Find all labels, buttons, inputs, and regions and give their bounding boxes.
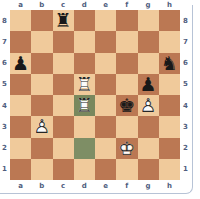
rank-label-left-6: 6 [0,53,9,74]
black-pawn[interactable]: ♟ [138,74,159,95]
square-h4[interactable] [159,95,180,116]
square-c6[interactable] [53,53,74,74]
square-a8[interactable] [10,10,31,31]
square-f7[interactable] [116,31,137,52]
square-h8[interactable] [159,10,180,31]
white-rook[interactable]: ♜♖ [74,95,95,116]
rank-labels-right: 87654321 [181,10,190,180]
square-d3[interactable] [74,116,95,137]
file-labels-top: abcdefgh [10,0,180,9]
square-f3[interactable] [116,116,137,137]
square-c7[interactable] [53,31,74,52]
square-h5[interactable] [159,74,180,95]
file-label-bottom-a: a [10,181,31,190]
square-b8[interactable] [31,10,52,31]
square-h1[interactable] [159,159,180,180]
square-c5[interactable] [53,74,74,95]
square-c1[interactable] [53,159,74,180]
square-f6[interactable] [116,53,137,74]
black-king[interactable]: ♚ [116,95,137,116]
rank-label-left-2: 2 [0,138,9,159]
square-b6[interactable] [31,53,52,74]
file-label-bottom-f: f [116,181,137,190]
square-a1[interactable] [10,159,31,180]
rank-label-left-7: 7 [0,31,9,52]
square-g7[interactable] [138,31,159,52]
square-d5[interactable]: ♜♖ [74,74,95,95]
white-pawn[interactable]: ♟♙ [31,116,52,137]
square-f8[interactable] [116,10,137,31]
square-a4[interactable] [10,95,31,116]
file-label-top-a: a [10,0,31,9]
square-g6[interactable] [138,53,159,74]
square-e8[interactable] [95,10,116,31]
square-e5[interactable] [95,74,116,95]
square-d7[interactable] [74,31,95,52]
file-labels-bottom: abcdefgh [10,181,180,190]
file-label-bottom-e: e [95,181,116,190]
black-knight[interactable]: ♞ [159,53,180,74]
file-label-top-f: f [116,0,137,9]
rank-label-left-4: 4 [0,95,9,116]
square-f1[interactable] [116,159,137,180]
square-b4[interactable] [31,95,52,116]
square-e4[interactable] [95,95,116,116]
square-d2[interactable] [74,138,95,159]
file-label-bottom-d: d [74,181,95,190]
square-h7[interactable] [159,31,180,52]
rank-label-left-5: 5 [0,74,9,95]
rank-label-right-3: 3 [181,116,190,137]
file-label-bottom-c: c [53,181,74,190]
square-f2[interactable]: ♚♔ [116,138,137,159]
square-g3[interactable] [138,116,159,137]
square-h2[interactable] [159,138,180,159]
square-a7[interactable] [10,31,31,52]
square-d8[interactable] [74,10,95,31]
rank-label-right-6: 6 [181,53,190,74]
square-b2[interactable] [31,138,52,159]
chess-board: ♜♟♞♜♖♟♜♖♚♟♙♟♙♚♔ [10,10,180,180]
square-f5[interactable] [116,74,137,95]
rank-label-right-5: 5 [181,74,190,95]
black-rook[interactable]: ♜ [53,10,74,31]
square-g4[interactable]: ♟♙ [138,95,159,116]
rank-label-left-1: 1 [0,159,9,180]
file-label-bottom-g: g [138,181,159,190]
square-b1[interactable] [31,159,52,180]
square-a3[interactable] [10,116,31,137]
rank-label-left-3: 3 [0,116,9,137]
rank-label-right-8: 8 [181,10,190,31]
file-label-top-c: c [53,0,74,9]
file-label-top-h: h [159,0,180,9]
white-king[interactable]: ♚♔ [116,138,137,159]
square-c2[interactable] [53,138,74,159]
square-b7[interactable] [31,31,52,52]
white-pawn[interactable]: ♟♙ [138,95,159,116]
square-d6[interactable] [74,53,95,74]
file-label-bottom-h: h [159,181,180,190]
square-f4[interactable]: ♚ [116,95,137,116]
file-label-top-b: b [31,0,52,9]
square-c4[interactable] [53,95,74,116]
black-pawn[interactable]: ♟ [10,53,31,74]
square-h3[interactable] [159,116,180,137]
square-b5[interactable] [31,74,52,95]
square-a6[interactable]: ♟ [10,53,31,74]
square-e3[interactable] [95,116,116,137]
square-c3[interactable] [53,116,74,137]
square-g5[interactable]: ♟ [138,74,159,95]
square-e6[interactable] [95,53,116,74]
rank-label-right-4: 4 [181,95,190,116]
square-e7[interactable] [95,31,116,52]
rank-label-left-8: 8 [0,10,9,31]
rank-label-right-7: 7 [181,31,190,52]
square-c8[interactable]: ♜ [53,10,74,31]
square-e2[interactable] [95,138,116,159]
rank-label-right-1: 1 [181,159,190,180]
square-b3[interactable]: ♟♙ [31,116,52,137]
square-g8[interactable] [138,10,159,31]
square-h6[interactable]: ♞ [159,53,180,74]
square-e1[interactable] [95,159,116,180]
square-g1[interactable] [138,159,159,180]
rank-label-right-2: 2 [181,138,190,159]
file-label-top-e: e [95,0,116,9]
file-label-top-g: g [138,0,159,9]
square-d1[interactable] [74,159,95,180]
square-a5[interactable] [10,74,31,95]
square-g2[interactable] [138,138,159,159]
white-rook[interactable]: ♜♖ [74,74,95,95]
square-a2[interactable] [10,138,31,159]
file-label-bottom-b: b [31,181,52,190]
square-d4[interactable]: ♜♖ [74,95,95,116]
file-label-top-d: d [74,0,95,9]
rank-labels-left: 87654321 [0,10,9,180]
